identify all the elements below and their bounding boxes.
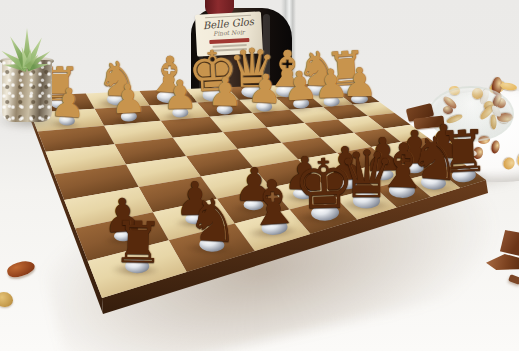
- piece-glyph: ♝: [244, 170, 303, 235]
- piece-glyph: ♟: [246, 68, 283, 109]
- scene: Belle Glos Pinot Noir: [0, 0, 519, 351]
- succulent-pot: [2, 60, 52, 122]
- piece-white-pawn-c2[interactable]: ♟: [281, 66, 319, 108]
- piece-black-bishop-f8[interactable]: ♝: [244, 170, 303, 235]
- succulent: [0, 8, 70, 130]
- piece-white-pawn-e2[interactable]: ♟: [207, 72, 243, 112]
- piece-black-knight-g8[interactable]: ♞: [185, 190, 240, 251]
- piece-glyph: ♟: [281, 66, 319, 108]
- piece-black-king-e8[interactable]: ♚: [292, 149, 355, 219]
- piece-glyph: ♚: [292, 149, 355, 219]
- piece-glyph: ♟: [109, 78, 146, 119]
- piece-glyph: ♟: [207, 72, 243, 112]
- piece-white-pawn-g2[interactable]: ♟: [109, 78, 146, 119]
- piece-glyph: ♜: [112, 213, 164, 271]
- piece-white-pawn-d2[interactable]: ♟: [246, 68, 283, 109]
- piece-black-rook-h8[interactable]: ♜: [112, 213, 164, 271]
- piece-glyph: ♞: [185, 190, 240, 251]
- piece-white-pawn-f2[interactable]: ♟: [162, 75, 198, 115]
- piece-glyph: ♟: [162, 75, 198, 115]
